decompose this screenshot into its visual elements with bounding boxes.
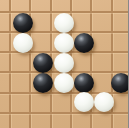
black-stone bbox=[33, 73, 53, 93]
white-stone bbox=[54, 53, 74, 73]
white-stone bbox=[13, 33, 33, 53]
black-stone bbox=[33, 53, 53, 73]
white-stone bbox=[54, 13, 74, 33]
black-stone bbox=[74, 73, 94, 93]
white-stone bbox=[54, 33, 74, 53]
white-stone bbox=[94, 92, 114, 112]
white-stone bbox=[54, 73, 74, 93]
screenshot-root bbox=[0, 0, 128, 128]
grid-line-vertical bbox=[9, 0, 11, 128]
go-board[interactable] bbox=[0, 0, 128, 128]
black-stone bbox=[74, 33, 94, 53]
black-stone bbox=[13, 13, 33, 33]
white-stone bbox=[74, 92, 94, 112]
black-stone bbox=[111, 73, 129, 93]
grid-line-horizontal bbox=[0, 112, 128, 114]
